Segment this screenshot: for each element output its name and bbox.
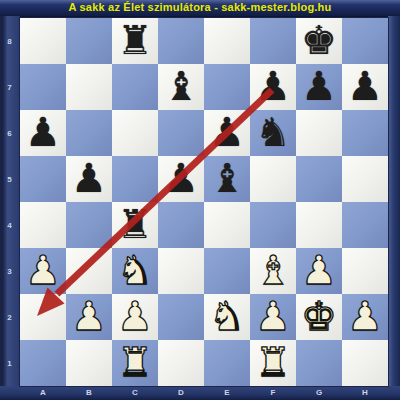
square-f6[interactable]: ♞	[250, 110, 296, 156]
square-h8[interactable]	[342, 18, 388, 64]
square-d3[interactable]	[158, 248, 204, 294]
file-label-a: A	[20, 386, 66, 399]
black-knight: ♞	[250, 110, 296, 156]
square-b5[interactable]: ♟	[66, 156, 112, 202]
square-a4[interactable]	[20, 202, 66, 248]
chess-board: ♜♚♝♟♟♟♟♟♞♟♟♝♜♟♞♝♟♟♟♞♟♚♟♜♜	[20, 18, 388, 386]
file-label-d: D	[158, 386, 204, 399]
square-c1[interactable]: ♜	[112, 340, 158, 386]
square-b3[interactable]	[66, 248, 112, 294]
square-g3[interactable]: ♟	[296, 248, 342, 294]
white-pawn: ♟	[66, 294, 112, 340]
square-a8[interactable]	[20, 18, 66, 64]
white-pawn: ♟	[296, 248, 342, 294]
square-c2[interactable]: ♟	[112, 294, 158, 340]
rank-labels-frame: 87654321	[0, 16, 20, 400]
square-b7[interactable]	[66, 64, 112, 110]
rank-label-6: 6	[0, 110, 19, 156]
square-d5[interactable]: ♟	[158, 156, 204, 202]
square-c4[interactable]: ♜	[112, 202, 158, 248]
black-pawn: ♟	[250, 64, 296, 110]
square-b2[interactable]: ♟	[66, 294, 112, 340]
square-e3[interactable]	[204, 248, 250, 294]
square-c3[interactable]: ♞	[112, 248, 158, 294]
square-c8[interactable]: ♜	[112, 18, 158, 64]
black-pawn: ♟	[204, 110, 250, 156]
white-rook: ♜	[112, 340, 158, 386]
square-b1[interactable]	[66, 340, 112, 386]
square-e7[interactable]	[204, 64, 250, 110]
square-f4[interactable]	[250, 202, 296, 248]
square-a6[interactable]: ♟	[20, 110, 66, 156]
square-f2[interactable]: ♟	[250, 294, 296, 340]
square-f1[interactable]: ♜	[250, 340, 296, 386]
square-b4[interactable]	[66, 202, 112, 248]
black-rook: ♜	[112, 202, 158, 248]
square-f7[interactable]: ♟	[250, 64, 296, 110]
board-frame-right	[388, 16, 400, 386]
black-rook: ♜	[112, 18, 158, 64]
white-pawn: ♟	[250, 294, 296, 340]
file-label-b: B	[66, 386, 112, 399]
square-a3[interactable]: ♟	[20, 248, 66, 294]
square-a1[interactable]	[20, 340, 66, 386]
white-pawn: ♟	[20, 248, 66, 294]
rank-label-5: 5	[0, 156, 19, 202]
square-h1[interactable]	[342, 340, 388, 386]
black-pawn: ♟	[296, 64, 342, 110]
white-knight: ♞	[112, 248, 158, 294]
square-h7[interactable]: ♟	[342, 64, 388, 110]
white-rook: ♜	[250, 340, 296, 386]
file-label-c: C	[112, 386, 158, 399]
rank-label-7: 7	[0, 64, 19, 110]
square-c7[interactable]	[112, 64, 158, 110]
file-label-h: H	[342, 386, 388, 399]
square-d1[interactable]	[158, 340, 204, 386]
square-b8[interactable]	[66, 18, 112, 64]
square-a2[interactable]	[20, 294, 66, 340]
black-king: ♚	[296, 18, 342, 64]
square-d8[interactable]	[158, 18, 204, 64]
title-bar: A sakk az Élet szimulátora - sakk-mester…	[0, 0, 400, 17]
black-pawn: ♟	[66, 156, 112, 202]
file-labels-frame: ABCDEFGH	[0, 386, 400, 400]
square-d4[interactable]	[158, 202, 204, 248]
square-g1[interactable]	[296, 340, 342, 386]
rank-label-8: 8	[0, 18, 19, 64]
square-f5[interactable]	[250, 156, 296, 202]
square-a5[interactable]	[20, 156, 66, 202]
rank-label-2: 2	[0, 294, 19, 340]
square-d2[interactable]	[158, 294, 204, 340]
square-e1[interactable]	[204, 340, 250, 386]
black-pawn: ♟	[158, 156, 204, 202]
square-e2[interactable]: ♞	[204, 294, 250, 340]
square-e5[interactable]: ♝	[204, 156, 250, 202]
black-pawn: ♟	[342, 64, 388, 110]
chess-diagram-window: A sakk az Élet szimulátora - sakk-mester…	[0, 0, 400, 400]
white-pawn: ♟	[112, 294, 158, 340]
rank-label-1: 1	[0, 340, 19, 386]
rank-label-3: 3	[0, 248, 19, 294]
square-g2[interactable]: ♚	[296, 294, 342, 340]
square-d7[interactable]: ♝	[158, 64, 204, 110]
rank-label-4: 4	[0, 202, 19, 248]
square-e6[interactable]: ♟	[204, 110, 250, 156]
square-h6[interactable]	[342, 110, 388, 156]
black-pawn: ♟	[20, 110, 66, 156]
square-g7[interactable]: ♟	[296, 64, 342, 110]
black-bishop: ♝	[204, 156, 250, 202]
square-g6[interactable]	[296, 110, 342, 156]
square-g8[interactable]: ♚	[296, 18, 342, 64]
square-h5[interactable]	[342, 156, 388, 202]
square-h4[interactable]	[342, 202, 388, 248]
white-king: ♚	[296, 294, 342, 340]
square-e4[interactable]	[204, 202, 250, 248]
white-knight: ♞	[204, 294, 250, 340]
square-e8[interactable]	[204, 18, 250, 64]
square-b6[interactable]	[66, 110, 112, 156]
black-bishop: ♝	[158, 64, 204, 110]
square-f8[interactable]	[250, 18, 296, 64]
square-a7[interactable]	[20, 64, 66, 110]
square-f3[interactable]: ♝	[250, 248, 296, 294]
square-c6[interactable]	[112, 110, 158, 156]
square-h3[interactable]	[342, 248, 388, 294]
square-g4[interactable]	[296, 202, 342, 248]
file-label-g: G	[296, 386, 342, 399]
file-label-f: F	[250, 386, 296, 399]
square-g5[interactable]	[296, 156, 342, 202]
square-c5[interactable]	[112, 156, 158, 202]
square-d6[interactable]	[158, 110, 204, 156]
white-pawn: ♟	[342, 294, 388, 340]
square-h2[interactable]: ♟	[342, 294, 388, 340]
white-bishop: ♝	[250, 248, 296, 294]
file-label-e: E	[204, 386, 250, 399]
